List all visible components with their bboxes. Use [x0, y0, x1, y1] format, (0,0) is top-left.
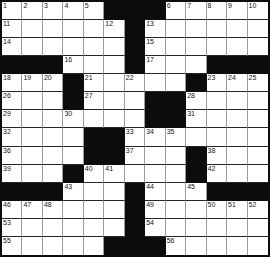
grid-cell[interactable]: 36 [2, 147, 22, 165]
grid-cell[interactable] [84, 219, 104, 237]
grid-cell[interactable] [227, 237, 247, 255]
grid-cell[interactable] [43, 128, 63, 146]
grid-cell[interactable]: 17 [145, 56, 165, 74]
clue-number: 3 [44, 2, 48, 10]
grid-cell[interactable]: 22 [125, 74, 145, 92]
grid-cell[interactable] [63, 147, 83, 165]
grid-cell[interactable] [104, 56, 124, 74]
grid-cell[interactable] [104, 92, 124, 110]
grid-cell[interactable] [227, 128, 247, 146]
grid-cell[interactable] [43, 92, 63, 110]
grid-cell[interactable] [227, 20, 247, 38]
grid-cell[interactable] [227, 92, 247, 110]
black-cell [125, 20, 145, 38]
grid-cell[interactable]: 9 [227, 2, 247, 20]
grid-cell[interactable] [125, 165, 145, 183]
clue-number: 9 [228, 2, 232, 10]
grid-cell[interactable]: 6 [166, 2, 186, 20]
grid-cell[interactable] [84, 110, 104, 128]
clue-number: 24 [228, 74, 236, 82]
grid-cell[interactable]: 39 [2, 165, 22, 183]
grid-cell[interactable]: 23 [207, 74, 227, 92]
grid-cell[interactable]: 51 [227, 201, 247, 219]
grid-cell[interactable] [104, 201, 124, 219]
grid-cell[interactable] [63, 38, 83, 56]
grid-cell[interactable]: 49 [145, 201, 165, 219]
grid-cell[interactable]: 32 [2, 128, 22, 146]
grid-cell[interactable] [63, 201, 83, 219]
black-cell [43, 56, 63, 74]
grid-cell[interactable] [145, 147, 165, 165]
clue-number: 42 [208, 165, 216, 173]
grid-cell[interactable] [186, 128, 206, 146]
grid-cell[interactable]: 8 [207, 2, 227, 20]
black-cell [125, 219, 145, 237]
clue-number: 30 [64, 110, 72, 118]
grid-cell[interactable]: 40 [84, 165, 104, 183]
grid-cell[interactable] [207, 219, 227, 237]
grid-cell[interactable] [22, 147, 42, 165]
black-cell [125, 2, 145, 20]
grid-cell[interactable]: 48 [43, 201, 63, 219]
black-cell [104, 237, 124, 255]
black-cell [125, 201, 145, 219]
clue-number: 19 [23, 74, 31, 82]
grid-cell[interactable]: 12 [104, 20, 124, 38]
clue-number: 12 [105, 20, 113, 28]
grid-cell[interactable] [43, 219, 63, 237]
clue-number: 29 [3, 110, 11, 118]
grid-cell[interactable] [104, 38, 124, 56]
grid-cell[interactable] [22, 219, 42, 237]
grid-cell[interactable]: 10 [248, 2, 268, 20]
black-cell [63, 165, 83, 183]
clue-number: 52 [249, 201, 257, 209]
grid-cell[interactable] [248, 147, 268, 165]
grid-cell[interactable] [84, 201, 104, 219]
clue-number: 47 [23, 201, 31, 209]
grid-cell[interactable]: 30 [63, 110, 83, 128]
grid-cell[interactable]: 55 [2, 237, 22, 255]
grid-cell[interactable]: 25 [248, 74, 268, 92]
grid-cell[interactable] [125, 92, 145, 110]
grid-cell[interactable]: 45 [186, 183, 206, 201]
clue-number: 51 [228, 201, 236, 209]
black-cell [125, 38, 145, 56]
grid-cell[interactable]: 46 [2, 201, 22, 219]
clue-number: 56 [167, 237, 175, 245]
grid-cell[interactable] [43, 147, 63, 165]
grid-cell[interactable] [43, 237, 63, 255]
black-cell [248, 183, 268, 201]
clue-number: 6 [167, 2, 171, 10]
black-cell [207, 56, 227, 74]
grid-cell[interactable] [63, 128, 83, 146]
grid-cell[interactable]: 44 [145, 183, 165, 201]
grid-cell[interactable] [166, 38, 186, 56]
grid-cell[interactable] [248, 20, 268, 38]
grid-cell[interactable]: 7 [186, 2, 206, 20]
clue-number: 25 [249, 74, 257, 82]
clue-number: 31 [187, 110, 195, 118]
grid-cell[interactable] [104, 219, 124, 237]
grid-cell[interactable] [248, 92, 268, 110]
grid-cell[interactable] [84, 56, 104, 74]
grid-cell[interactable]: 56 [166, 237, 186, 255]
clue-number: 43 [64, 183, 72, 191]
grid-cell[interactable] [166, 147, 186, 165]
clue-number: 37 [126, 147, 134, 155]
grid-cell[interactable]: 50 [207, 201, 227, 219]
grid-cell[interactable]: 52 [248, 201, 268, 219]
clue-number: 45 [187, 183, 195, 191]
grid-cell[interactable] [186, 56, 206, 74]
clue-number: 17 [146, 56, 154, 64]
clue-number: 32 [3, 128, 11, 136]
grid-cell[interactable]: 24 [227, 74, 247, 92]
clue-number: 14 [3, 38, 11, 46]
grid-cell[interactable]: 20 [43, 74, 63, 92]
grid-cell[interactable] [227, 219, 247, 237]
black-cell [166, 92, 186, 110]
black-cell [145, 110, 165, 128]
grid-cell[interactable] [104, 74, 124, 92]
grid-cell[interactable]: 42 [207, 165, 227, 183]
clue-number: 16 [64, 56, 72, 64]
grid-cell[interactable] [84, 38, 104, 56]
grid-cell[interactable] [84, 20, 104, 38]
grid-cell[interactable]: 37 [125, 147, 145, 165]
clue-number: 2 [23, 2, 27, 10]
grid-cell[interactable]: 5 [84, 2, 104, 20]
black-cell [22, 183, 42, 201]
clue-number: 28 [187, 92, 195, 100]
grid-cell[interactable] [186, 38, 206, 56]
grid-cell[interactable]: 15 [145, 38, 165, 56]
grid-cell[interactable] [63, 219, 83, 237]
clue-number: 54 [146, 219, 154, 227]
grid-cell[interactable]: 1 [2, 2, 22, 20]
clue-number: 35 [167, 128, 175, 136]
black-cell [248, 56, 268, 74]
grid-cell[interactable] [166, 201, 186, 219]
black-cell [145, 237, 165, 255]
grid-cell[interactable] [63, 237, 83, 255]
grid-cell[interactable] [207, 92, 227, 110]
clue-number: 23 [208, 74, 216, 82]
grid-cell[interactable] [248, 38, 268, 56]
grid-cell[interactable]: 35 [166, 128, 186, 146]
grid-cell[interactable] [166, 20, 186, 38]
clue-number: 5 [85, 2, 89, 10]
clue-number: 4 [64, 2, 68, 10]
clue-number: 39 [3, 165, 11, 173]
black-cell [2, 56, 22, 74]
grid-cell[interactable]: 14 [2, 38, 22, 56]
grid-cell[interactable] [227, 165, 247, 183]
grid-cell[interactable] [166, 56, 186, 74]
clue-number: 8 [208, 2, 212, 10]
clue-number: 44 [146, 183, 154, 191]
grid-cell[interactable] [145, 74, 165, 92]
clue-number: 38 [208, 147, 216, 155]
clue-number: 50 [208, 201, 216, 209]
grid-cell[interactable] [22, 237, 42, 255]
grid-cell[interactable] [104, 183, 124, 201]
black-cell [2, 183, 22, 201]
clue-number: 11 [3, 20, 10, 28]
clue-number: 13 [146, 20, 154, 28]
clue-number: 49 [146, 201, 154, 209]
grid-cell[interactable]: 19 [22, 74, 42, 92]
clue-number: 55 [3, 237, 11, 245]
grid-cell[interactable] [166, 183, 186, 201]
grid-cell[interactable]: 31 [186, 110, 206, 128]
grid-cell[interactable]: 3 [43, 2, 63, 20]
grid-cell[interactable] [63, 20, 83, 38]
grid-cell[interactable]: 28 [186, 92, 206, 110]
grid-cell[interactable]: 47 [22, 201, 42, 219]
grid-cell[interactable] [186, 201, 206, 219]
grid-cell[interactable] [227, 110, 247, 128]
black-cell [84, 147, 104, 165]
grid-cell[interactable]: 34 [145, 128, 165, 146]
clue-number: 48 [44, 201, 52, 209]
grid-cell[interactable]: 54 [145, 219, 165, 237]
black-cell [104, 2, 124, 20]
clue-number: 33 [126, 128, 134, 136]
grid-cell[interactable] [125, 110, 145, 128]
grid-cell[interactable]: 29 [2, 110, 22, 128]
grid-cell[interactable]: 11 [2, 20, 22, 38]
black-cell [63, 92, 83, 110]
black-cell [207, 183, 227, 201]
black-cell [125, 183, 145, 201]
grid-cell[interactable] [227, 147, 247, 165]
grid-cell[interactable] [166, 165, 186, 183]
black-cell [186, 147, 206, 165]
grid-cell[interactable] [22, 110, 42, 128]
grid-cell[interactable]: 18 [2, 74, 22, 92]
grid-cell[interactable]: 13 [145, 20, 165, 38]
grid-cell[interactable] [207, 237, 227, 255]
clue-number: 21 [85, 74, 93, 82]
grid-cell[interactable]: 38 [207, 147, 227, 165]
grid-cell[interactable] [186, 219, 206, 237]
grid-cell[interactable] [207, 20, 227, 38]
grid-cell[interactable]: 26 [2, 92, 22, 110]
black-cell [104, 128, 124, 146]
clue-number: 26 [3, 92, 11, 100]
grid-cell[interactable] [248, 165, 268, 183]
grid-cell[interactable]: 2 [22, 2, 42, 20]
grid-cell[interactable] [207, 38, 227, 56]
crossword-board: 1234567891011121314151617181920212223242… [0, 0, 270, 257]
grid-cell[interactable] [22, 128, 42, 146]
clue-number: 22 [126, 74, 134, 82]
grid-cell[interactable] [22, 38, 42, 56]
crossword-puzzle: 1234567891011121314151617181920212223242… [0, 0, 270, 257]
black-cell [104, 147, 124, 165]
grid-cell[interactable] [166, 74, 186, 92]
grid-cell[interactable] [145, 165, 165, 183]
grid-cell[interactable] [207, 110, 227, 128]
grid-cell[interactable] [248, 128, 268, 146]
black-cell [166, 110, 186, 128]
black-cell [84, 128, 104, 146]
grid-cell[interactable] [227, 38, 247, 56]
grid-cell[interactable] [43, 38, 63, 56]
grid-cell[interactable] [43, 110, 63, 128]
grid-cell[interactable] [22, 20, 42, 38]
clue-number: 15 [146, 38, 154, 46]
grid-cell[interactable] [166, 219, 186, 237]
grid-cell[interactable] [248, 237, 268, 255]
black-cell [186, 165, 206, 183]
black-cell [145, 2, 165, 20]
clue-number: 40 [85, 165, 93, 173]
grid-cell[interactable] [104, 110, 124, 128]
black-cell [227, 183, 247, 201]
clue-number: 53 [3, 219, 11, 227]
grid-cell[interactable] [43, 165, 63, 183]
black-cell [125, 56, 145, 74]
grid-cell[interactable] [207, 128, 227, 146]
grid-cell[interactable]: 4 [63, 2, 83, 20]
grid-cell[interactable]: 41 [104, 165, 124, 183]
clue-number: 27 [85, 92, 93, 100]
clue-number: 46 [3, 201, 11, 209]
grid-cell[interactable] [84, 237, 104, 255]
grid-cell[interactable]: 16 [63, 56, 83, 74]
grid-cell[interactable] [84, 183, 104, 201]
grid-cell[interactable]: 21 [84, 74, 104, 92]
grid-cell[interactable] [248, 219, 268, 237]
black-cell [63, 74, 83, 92]
clue-number: 41 [105, 165, 113, 173]
grid-cell[interactable] [186, 20, 206, 38]
grid-cell[interactable]: 27 [84, 92, 104, 110]
black-cell [186, 74, 206, 92]
black-cell [22, 56, 42, 74]
clue-number: 7 [187, 2, 191, 10]
black-cell [43, 183, 63, 201]
grid-cell[interactable] [248, 110, 268, 128]
clue-number: 36 [3, 147, 11, 155]
grid-cell[interactable] [22, 165, 42, 183]
grid-cell[interactable]: 43 [63, 183, 83, 201]
grid-cell[interactable] [22, 92, 42, 110]
grid-cell[interactable] [43, 20, 63, 38]
grid-cell[interactable]: 53 [2, 219, 22, 237]
grid-cell[interactable]: 33 [125, 128, 145, 146]
clue-number: 10 [249, 2, 257, 10]
black-cell [125, 237, 145, 255]
clue-number: 18 [3, 74, 11, 82]
clue-number: 34 [146, 128, 154, 136]
black-cell [145, 92, 165, 110]
clue-number: 20 [44, 74, 52, 82]
clue-number: 1 [3, 2, 7, 10]
black-cell [227, 56, 247, 74]
grid-cell[interactable] [186, 237, 206, 255]
